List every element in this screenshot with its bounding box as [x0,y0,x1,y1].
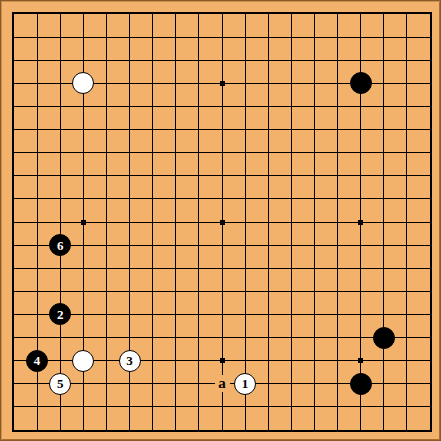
stone-number: 4 [34,354,41,367]
stone-white [72,72,94,94]
stone-white-1: 1 [234,373,256,395]
stone-number: 1 [242,377,249,390]
point-label-a: a [215,375,230,392]
stone-black [350,373,372,395]
stone-white [72,350,94,372]
stones-layer: a624351 [0,0,441,441]
stone-number: 6 [57,239,64,252]
stone-black-2: 2 [49,303,71,325]
stone-black-4: 4 [26,350,48,372]
stone-black [350,72,372,94]
stone-white-3: 3 [119,350,141,372]
stone-black-6: 6 [49,234,71,256]
stone-number: 5 [57,377,64,390]
stone-white-5: 5 [49,373,71,395]
point-label-text: a [218,376,226,391]
stone-black [373,327,395,349]
stone-number: 3 [126,354,133,367]
go-board: a624351 [0,0,441,441]
stone-number: 2 [57,308,64,321]
